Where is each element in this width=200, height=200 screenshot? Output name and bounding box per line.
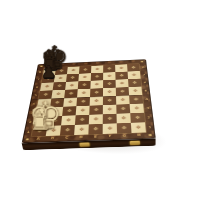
rosette-inlay-icon: ✽	[55, 75, 66, 81]
rosette-inlay-icon: ✽	[116, 65, 126, 71]
rosette-inlay-icon: ✽	[78, 90, 89, 97]
rosette-inlay-icon: ✽	[104, 73, 114, 79]
rosette-inlay-icon: ✽	[129, 72, 139, 78]
rosette-inlay-icon: ✽	[104, 88, 114, 95]
rosette-inlay-icon: ✽	[117, 80, 127, 87]
rosette-inlay-icon: ✽	[128, 65, 138, 71]
corner-ornament	[141, 61, 143, 62]
file-label: F	[105, 134, 114, 138]
rosette-inlay-icon: ✽	[67, 75, 77, 81]
rosette-inlay-icon: ✽	[44, 68, 54, 74]
rosette-inlay-icon: ✽	[54, 83, 65, 90]
rosette-inlay-icon: ✽	[41, 83, 52, 90]
chess-set-photo: ✽✽✽✽✽✽✽✽✽✽✽✽✽✽✽✽✽✽✽✽✽✽✽✽✽✽✽✽✽✽✽✽✽✽✽✽✽✽✽✽…	[0, 0, 200, 200]
rosette-inlay-icon: ✽	[104, 81, 114, 88]
rosette-inlay-icon: ✽	[79, 82, 89, 89]
file-label: G	[120, 133, 129, 137]
rank-label-right: 8	[141, 65, 146, 70]
rosette-inlay-icon: ✽	[117, 72, 127, 78]
rosette-inlay-icon: ✽	[56, 68, 66, 74]
file-label: E	[91, 134, 100, 138]
file-label: H	[134, 133, 143, 137]
piece-white-rook-a1: ♜	[28, 111, 50, 133]
rosette-inlay-icon: ✽	[104, 66, 114, 72]
corner-ornament	[26, 138, 29, 140]
rank-label-right: 2	[146, 114, 152, 120]
rank-label-right: 7	[141, 72, 146, 77]
rank-label-left: 6	[34, 84, 40, 89]
rosette-inlay-icon: ✽	[91, 89, 101, 96]
rosette-inlay-icon: ✽	[129, 79, 140, 86]
file-label: D	[76, 135, 85, 139]
rosette-inlay-icon: ✽	[66, 90, 77, 97]
rosette-inlay-icon: ✽	[66, 82, 77, 89]
file-label: A	[34, 136, 43, 140]
rank-label-right: 6	[142, 80, 147, 85]
brass-hinge-icon	[79, 142, 89, 146]
rank-label-right: 4	[144, 96, 150, 102]
rosette-inlay-icon: ✽	[92, 66, 102, 72]
rosette-inlay-icon: ✽	[80, 74, 90, 80]
rank-label-right: 5	[143, 88, 149, 93]
rosette-inlay-icon: ✽	[43, 76, 54, 82]
rank-label-right: 1	[147, 124, 153, 130]
corner-ornament	[148, 134, 151, 136]
brass-hinge-icon	[130, 140, 140, 144]
rosette-inlay-icon: ✽	[92, 73, 102, 79]
rosette-inlay-icon: ✽	[80, 67, 90, 73]
rook-glyph-icon: ♜	[28, 111, 50, 134]
file-label: C	[62, 135, 71, 139]
file-label: B	[48, 136, 57, 140]
rosette-inlay-icon: ✽	[68, 67, 78, 73]
rank-label-right: 3	[145, 105, 151, 111]
chess-board: ✽✽✽✽✽✽✽✽✽✽✽✽✽✽✽✽✽✽✽✽✽✽✽✽✽✽✽✽✽✽✽✽✽✽✽✽✽✽✽✽…	[22, 59, 156, 143]
rosette-inlay-icon: ✽	[92, 81, 102, 88]
